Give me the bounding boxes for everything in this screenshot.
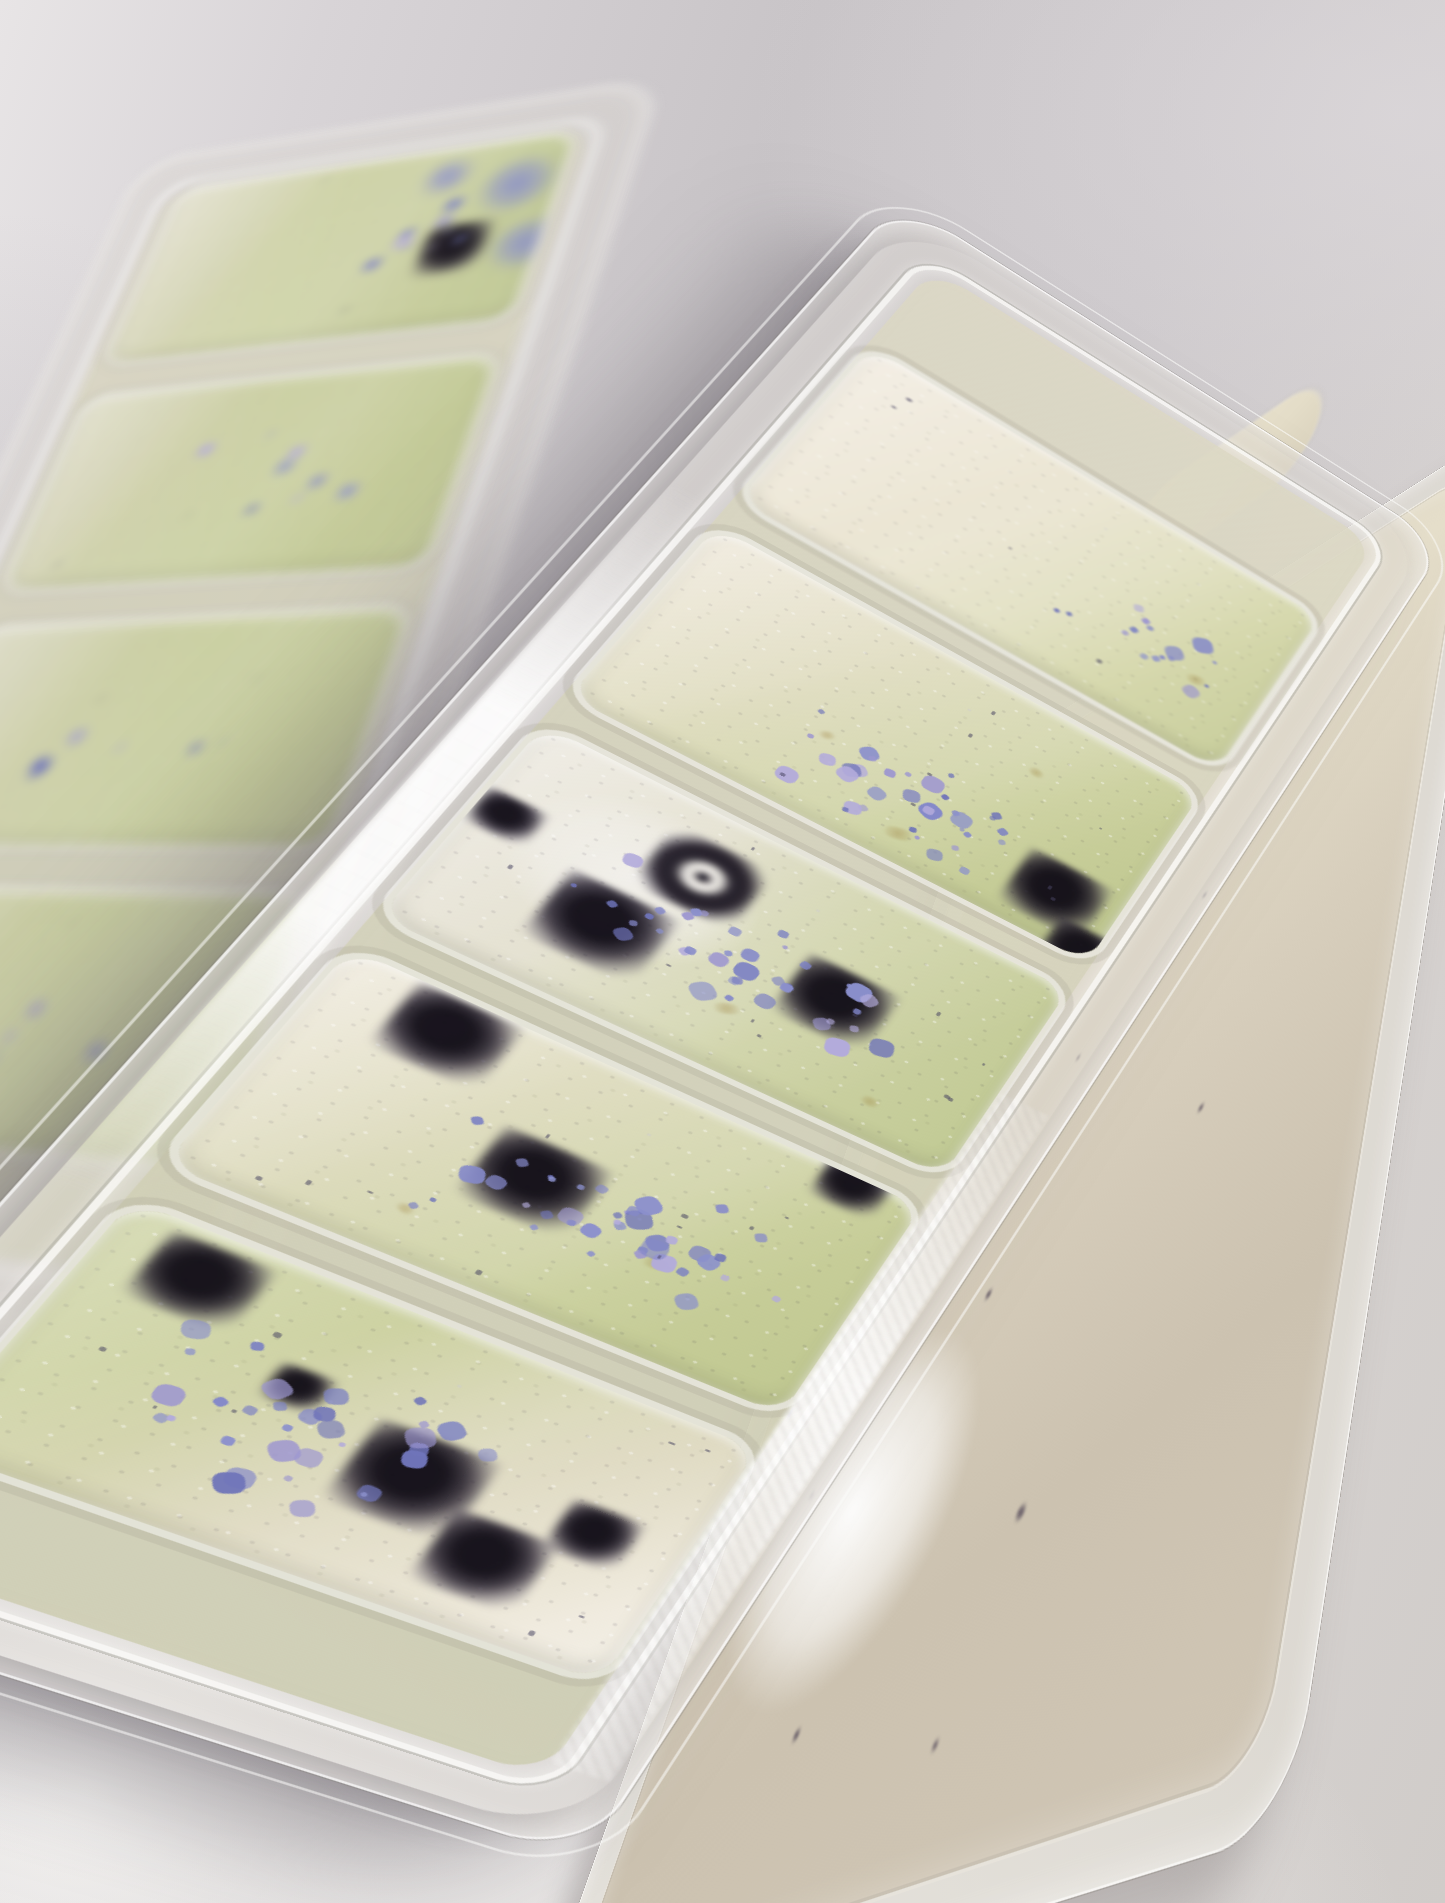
dark-speck (930, 1738, 940, 1753)
glitter-dot (570, 883, 577, 887)
glitter-dot (404, 1427, 438, 1448)
dark-speck (1014, 1502, 1028, 1523)
glitter-dot (251, 1341, 265, 1351)
photo-wax-melt-snap-bars (0, 0, 1445, 1903)
dark-speck (1197, 1102, 1205, 1113)
glitter-dot (314, 1406, 337, 1422)
glitter-dot (323, 1388, 350, 1405)
glitter-dot (289, 1500, 316, 1517)
glitter-dot (211, 1472, 245, 1493)
glitter-dot (754, 1233, 768, 1242)
glitter-dot (273, 1402, 287, 1411)
